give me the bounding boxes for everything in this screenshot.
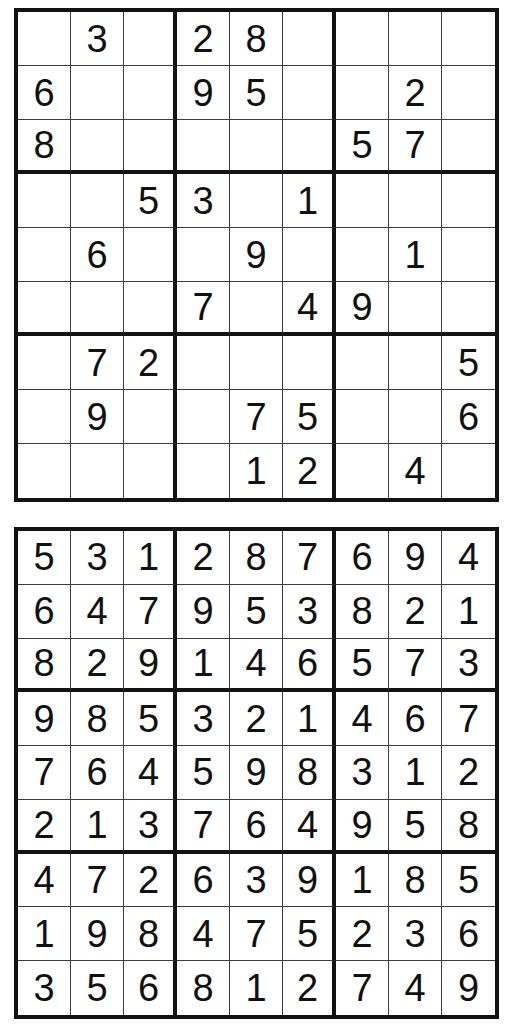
cell-r4c8: 6 [389,692,442,746]
cell-r6c5: 6 [230,800,283,854]
cell-r2c6: 3 [283,585,336,639]
cell-r9c8: 4 [389,961,442,1015]
cell-r4c1[interactable] [18,174,71,228]
cell-r4c5[interactable] [230,174,283,228]
cell-r2c3: 7 [124,585,177,639]
cell-r4c1: 9 [18,692,71,746]
cell-r7c8[interactable] [389,336,442,390]
cell-r1c7[interactable] [336,12,389,66]
cell-r3c4: 1 [177,639,230,693]
cell-r6c2[interactable] [71,282,124,336]
cell-r9c3[interactable] [124,444,177,498]
cell-r1c8[interactable] [389,12,442,66]
cell-r3c8[interactable]: 7 [389,120,442,174]
cell-r2c7[interactable] [336,66,389,120]
cell-r7c9[interactable]: 5 [442,336,495,390]
cell-r2c5[interactable]: 5 [230,66,283,120]
cell-r9c7[interactable] [336,444,389,498]
cell-r5c8: 1 [389,746,442,800]
sudoku-puzzle-board: 32869528575316917497259756124 [14,8,499,502]
cell-r6c3[interactable] [124,282,177,336]
cell-r3c7[interactable]: 5 [336,120,389,174]
cell-r6c1: 2 [18,800,71,854]
cell-r5c4: 5 [177,746,230,800]
cell-r4c9: 7 [442,692,495,746]
cell-r3c5[interactable] [230,120,283,174]
cell-r3c9[interactable] [442,120,495,174]
cell-r8c3[interactable] [124,390,177,444]
cell-r3c1[interactable]: 8 [18,120,71,174]
cell-r8c9: 6 [442,907,495,961]
cell-r9c1: 3 [18,961,71,1015]
cell-r1c7: 6 [336,531,389,585]
cell-r3c5: 4 [230,639,283,693]
cell-r5c7[interactable] [336,228,389,282]
cell-r2c8[interactable]: 2 [389,66,442,120]
cell-r7c3: 2 [124,854,177,908]
cell-r8c4: 4 [177,907,230,961]
cell-r8c9[interactable]: 6 [442,390,495,444]
page: 32869528575316917497259756124 5312876946… [0,0,511,1024]
cell-r7c5: 3 [230,854,283,908]
cell-r8c2: 9 [71,907,124,961]
cell-r5c6[interactable] [283,228,336,282]
cell-r5c1[interactable] [18,228,71,282]
cell-r9c1[interactable] [18,444,71,498]
cell-r2c9[interactable] [442,66,495,120]
cell-r5c9: 2 [442,746,495,800]
cell-r9c9[interactable] [442,444,495,498]
cell-r9c6: 2 [283,961,336,1015]
cell-r1c9[interactable] [442,12,495,66]
cell-r8c1: 1 [18,907,71,961]
cell-r7c7: 1 [336,854,389,908]
cell-r4c4: 3 [177,692,230,746]
cell-r1c2[interactable]: 3 [71,12,124,66]
cell-r6c7: 9 [336,800,389,854]
cell-r7c2[interactable]: 7 [71,336,124,390]
cell-r5c1: 7 [18,746,71,800]
cell-r2c6[interactable] [283,66,336,120]
cell-r6c2: 1 [71,800,124,854]
cell-r4c2: 8 [71,692,124,746]
cell-r9c8[interactable]: 4 [389,444,442,498]
cell-r2c8: 2 [389,585,442,639]
cell-r7c4[interactable] [177,336,230,390]
cell-r1c5: 8 [230,531,283,585]
cell-r3c2: 2 [71,639,124,693]
cell-r5c5: 9 [230,746,283,800]
cell-r9c5: 1 [230,961,283,1015]
cell-r5c4[interactable] [177,228,230,282]
cell-r2c2[interactable] [71,66,124,120]
cell-r8c2[interactable]: 9 [71,390,124,444]
cell-r3c2[interactable] [71,120,124,174]
cell-r3c9: 3 [442,639,495,693]
cell-r7c7[interactable] [336,336,389,390]
cell-r8c5: 7 [230,907,283,961]
cell-r3c8: 7 [389,639,442,693]
cell-r8c7: 2 [336,907,389,961]
cell-r4c7[interactable] [336,174,389,228]
cell-r9c2[interactable] [71,444,124,498]
cell-r8c4[interactable] [177,390,230,444]
cell-r5c2: 6 [71,746,124,800]
cell-r4c3: 5 [124,692,177,746]
cell-r2c1: 6 [18,585,71,639]
cell-r3c6[interactable] [283,120,336,174]
cell-r8c6[interactable]: 5 [283,390,336,444]
cell-r5c7: 3 [336,746,389,800]
cell-r3c7: 5 [336,639,389,693]
cell-r4c8[interactable] [389,174,442,228]
cell-r9c2: 5 [71,961,124,1015]
cell-r2c2: 4 [71,585,124,639]
cell-r9c4[interactable] [177,444,230,498]
cell-r8c3: 8 [124,907,177,961]
cell-r7c8: 8 [389,854,442,908]
cell-r7c1[interactable] [18,336,71,390]
cell-r3c3[interactable] [124,120,177,174]
cell-r7c6: 9 [283,854,336,908]
cell-r4c9[interactable] [442,174,495,228]
cell-r7c9: 5 [442,854,495,908]
cell-r2c3[interactable] [124,66,177,120]
cell-r8c5[interactable]: 7 [230,390,283,444]
cell-r6c8: 5 [389,800,442,854]
cell-r6c5[interactable] [230,282,283,336]
cell-r1c6[interactable] [283,12,336,66]
cell-r4c3[interactable]: 5 [124,174,177,228]
cell-r5c9[interactable] [442,228,495,282]
cell-r5c3: 4 [124,746,177,800]
cell-r9c4: 8 [177,961,230,1015]
cell-r4c6: 1 [283,692,336,746]
cell-r5c3[interactable] [124,228,177,282]
cell-r5c2[interactable]: 6 [71,228,124,282]
cell-r2c4: 9 [177,585,230,639]
cell-r7c2: 7 [71,854,124,908]
cell-r2c1[interactable]: 6 [18,66,71,120]
cell-r5c6: 8 [283,746,336,800]
cell-r2c4[interactable]: 9 [177,66,230,120]
cell-r5c5[interactable]: 9 [230,228,283,282]
cell-r4c5: 2 [230,692,283,746]
cell-r2c5: 5 [230,585,283,639]
cell-r4c6[interactable]: 1 [283,174,336,228]
cell-r7c1: 4 [18,854,71,908]
cell-r3c6: 6 [283,639,336,693]
cell-r8c6: 5 [283,907,336,961]
cell-r6c8[interactable] [389,282,442,336]
cell-r7c5[interactable] [230,336,283,390]
cell-r9c6[interactable]: 2 [283,444,336,498]
cell-r6c6[interactable]: 4 [283,282,336,336]
cell-r6c4: 7 [177,800,230,854]
cell-r6c6: 4 [283,800,336,854]
cell-r1c8: 9 [389,531,442,585]
cell-r8c8[interactable] [389,390,442,444]
cell-r6c7[interactable]: 9 [336,282,389,336]
cell-r8c8: 3 [389,907,442,961]
cell-r6c1[interactable] [18,282,71,336]
cell-r1c3[interactable] [124,12,177,66]
cell-r1c5[interactable]: 8 [230,12,283,66]
sudoku-solution-board: 5312876946479538218291465739853214677645… [14,527,499,1019]
cell-r9c7: 7 [336,961,389,1015]
cell-r3c1: 8 [18,639,71,693]
cell-r1c4: 2 [177,531,230,585]
cell-r1c1: 5 [18,531,71,585]
cell-r3c4[interactable] [177,120,230,174]
cell-r1c2: 3 [71,531,124,585]
cell-r6c9[interactable] [442,282,495,336]
cell-r2c9: 1 [442,585,495,639]
cell-r8c1[interactable] [18,390,71,444]
cell-r7c6[interactable] [283,336,336,390]
cell-r4c2[interactable] [71,174,124,228]
cell-r9c9: 9 [442,961,495,1015]
cell-r4c4[interactable]: 3 [177,174,230,228]
cell-r7c4: 6 [177,854,230,908]
cell-r2c7: 8 [336,585,389,639]
cell-r5c8[interactable]: 1 [389,228,442,282]
cell-r1c3: 1 [124,531,177,585]
cell-r9c3: 6 [124,961,177,1015]
cell-r6c3: 3 [124,800,177,854]
cell-r9c5[interactable]: 1 [230,444,283,498]
cell-r6c9: 8 [442,800,495,854]
cell-r3c3: 9 [124,639,177,693]
cell-r6c4[interactable]: 7 [177,282,230,336]
cell-r4c7: 4 [336,692,389,746]
cell-r1c9: 4 [442,531,495,585]
cell-r1c6: 7 [283,531,336,585]
cell-r8c7[interactable] [336,390,389,444]
cell-r1c4[interactable]: 2 [177,12,230,66]
cell-r7c3[interactable]: 2 [124,336,177,390]
cell-r1c1[interactable] [18,12,71,66]
